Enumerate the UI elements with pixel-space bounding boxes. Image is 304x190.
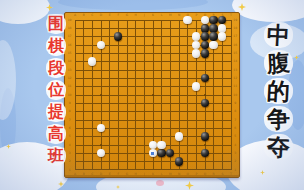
black-stone: [201, 132, 209, 140]
title-right-char: 的: [263, 77, 293, 104]
go-board: AABBCCDDEEFFGGHHJJKKLLMMNNOOPPQQRRSSTT19…: [64, 12, 240, 178]
white-stone: [97, 149, 105, 157]
last-move-marker: [151, 152, 154, 155]
black-stone: [201, 32, 209, 40]
white-stone: [149, 141, 157, 149]
black-stone: [175, 157, 183, 165]
white-stone: [209, 41, 217, 49]
white-stone: [88, 57, 96, 65]
title-left-char: 班: [46, 146, 66, 166]
title-right-char: 夺: [263, 133, 293, 160]
title-right-char: 中: [263, 21, 293, 48]
white-stone: [218, 24, 226, 32]
title-left-char: 段: [46, 58, 66, 78]
title-left-char: 围: [46, 14, 66, 34]
title-left-char: 提: [46, 102, 66, 122]
white-stone: [192, 49, 200, 57]
white-stone: [97, 41, 105, 49]
black-stone: [166, 149, 174, 157]
pink-decoration: [156, 180, 164, 186]
title-right-char: 腹: [263, 49, 293, 76]
right-title: 中腹的争夺: [262, 21, 294, 161]
black-stone: [201, 49, 209, 57]
cloud: [0, 0, 50, 24]
white-stone: [157, 141, 165, 149]
title-left-char: 位: [46, 80, 66, 100]
black-stone: [201, 41, 209, 49]
lesson-screenshot: { "game": "go", "title_left": { "text": …: [0, 0, 304, 190]
black-stone: [114, 32, 122, 40]
white-stone: [192, 32, 200, 40]
title-right-char: 争: [263, 105, 293, 132]
black-stone: [209, 16, 217, 24]
black-stone: [209, 24, 217, 32]
black-stone: [201, 74, 209, 82]
white-stone: [218, 32, 226, 40]
black-stone: [201, 24, 209, 32]
white-stone: [192, 82, 200, 90]
black-stone: [218, 16, 226, 24]
stones-layer: [71, 16, 235, 174]
title-left-char: 棋: [46, 36, 66, 56]
left-title: 围棋段位提高班: [45, 13, 67, 167]
white-stone: [97, 124, 105, 132]
black-stone: [209, 32, 217, 40]
white-stone: [149, 149, 157, 157]
white-stone: [183, 16, 191, 24]
black-stone: [157, 149, 165, 157]
sky-patch: [58, 0, 208, 10]
white-stone: [192, 41, 200, 49]
black-stone: [201, 99, 209, 107]
black-stone: [201, 149, 209, 157]
title-left-char: 高: [46, 124, 66, 144]
white-stone: [175, 132, 183, 140]
cloud: [232, 0, 304, 22]
white-stone: [201, 16, 209, 24]
